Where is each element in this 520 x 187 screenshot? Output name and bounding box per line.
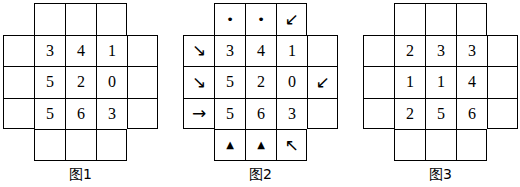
triangle-up-icon: ▲	[245, 129, 276, 161]
empty-cell	[65, 3, 96, 35]
number-cell: 2	[245, 66, 276, 98]
number-cell: 6	[456, 98, 487, 130]
empty-cell	[394, 129, 425, 161]
figure-1-grid: 341520563	[3, 3, 158, 161]
number-cell: 3	[456, 35, 487, 67]
arrow-southeast-icon: ↘	[183, 66, 214, 98]
figure-2: ••↙↘341↘520↙→563▲▲↖ 图2	[183, 3, 338, 184]
number-cell: 3	[96, 98, 127, 130]
figure-1-label: 图1	[3, 166, 158, 184]
arrow-southwest-icon: ↙	[276, 3, 307, 35]
number-cell: 2	[65, 66, 96, 98]
grid-gap	[127, 129, 158, 161]
grid-gap	[487, 3, 518, 35]
number-cell: 3	[276, 98, 307, 130]
empty-cell	[3, 98, 34, 130]
dot-icon: •	[214, 3, 245, 35]
grid-gap	[183, 3, 214, 35]
empty-cell	[394, 3, 425, 35]
grid-gap	[127, 3, 158, 35]
empty-cell	[425, 129, 456, 161]
triangle-up-icon: ▲	[214, 129, 245, 161]
number-cell: 5	[425, 98, 456, 130]
empty-cell	[34, 3, 65, 35]
empty-cell	[456, 3, 487, 35]
empty-cell	[363, 35, 394, 67]
arrow-east-icon: →	[183, 98, 214, 130]
empty-cell	[96, 3, 127, 35]
empty-cell	[34, 129, 65, 161]
empty-cell	[307, 35, 338, 67]
grid-gap	[363, 3, 394, 35]
number-cell: 4	[456, 66, 487, 98]
figure-3: 233114256 图3	[363, 3, 518, 184]
empty-cell	[3, 35, 34, 67]
empty-cell	[3, 66, 34, 98]
number-cell: 1	[394, 66, 425, 98]
number-cell: 3	[425, 35, 456, 67]
empty-cell	[307, 98, 338, 130]
number-cell: 0	[276, 66, 307, 98]
number-cell: 2	[394, 98, 425, 130]
number-cell: 5	[214, 66, 245, 98]
arrow-southwest-icon: ↙	[307, 66, 338, 98]
empty-cell	[363, 98, 394, 130]
empty-cell	[127, 98, 158, 130]
puzzle-figure-sheet: 341520563 图1 ••↙↘341↘520↙→563▲▲↖ 图2 2331…	[0, 0, 520, 187]
number-cell: 5	[34, 66, 65, 98]
number-cell: 4	[65, 35, 96, 67]
empty-cell	[487, 98, 518, 130]
empty-cell	[487, 66, 518, 98]
empty-cell	[456, 129, 487, 161]
number-cell: 2	[394, 35, 425, 67]
number-cell: 0	[96, 66, 127, 98]
number-cell: 4	[245, 35, 276, 67]
number-cell: 6	[245, 98, 276, 130]
empty-cell	[127, 66, 158, 98]
number-cell: 5	[214, 98, 245, 130]
figure-1: 341520563 图1	[3, 3, 158, 184]
grid-gap	[183, 129, 214, 161]
figure-3-grid: 233114256	[363, 3, 518, 161]
empty-cell	[425, 3, 456, 35]
number-cell: 3	[34, 35, 65, 67]
empty-cell	[65, 129, 96, 161]
arrow-southeast-icon: ↘	[183, 35, 214, 67]
empty-cell	[127, 35, 158, 67]
grid-gap	[307, 3, 338, 35]
grid-gap	[363, 129, 394, 161]
number-cell: 6	[65, 98, 96, 130]
empty-cell	[487, 35, 518, 67]
number-cell: 1	[96, 35, 127, 67]
arrow-northwest-icon: ↖	[276, 129, 307, 161]
number-cell: 1	[276, 35, 307, 67]
number-cell: 5	[34, 98, 65, 130]
number-cell: 1	[425, 66, 456, 98]
number-cell: 3	[214, 35, 245, 67]
figure-3-label: 图3	[363, 166, 518, 184]
dot-icon: •	[245, 3, 276, 35]
grid-gap	[3, 3, 34, 35]
empty-cell	[96, 129, 127, 161]
grid-gap	[487, 129, 518, 161]
figure-2-label: 图2	[183, 166, 338, 184]
empty-cell	[363, 66, 394, 98]
figure-2-grid: ••↙↘341↘520↙→563▲▲↖	[183, 3, 338, 161]
grid-gap	[307, 129, 338, 161]
grid-gap	[3, 129, 34, 161]
